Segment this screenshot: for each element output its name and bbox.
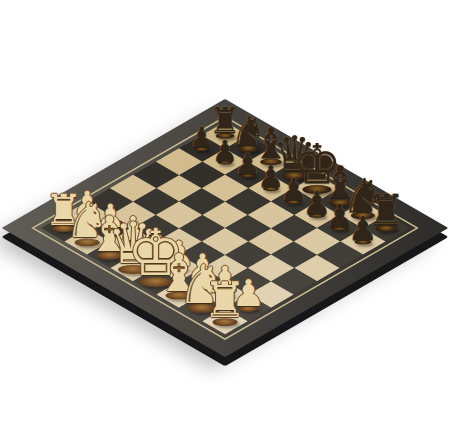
board-tilt: ♜♞♝♛♚♝♞♜♟♟♟♟♟♟♟♟♟♟♟♟♟♟♟♟♜♞♝♛♚♝♞♜ — [2, 99, 449, 357]
pawn-icon: ♟ — [348, 212, 378, 245]
rook-icon: ♜ — [203, 276, 247, 325]
chess-board: ♜♞♝♛♚♝♞♜♟♟♟♟♟♟♟♟♟♟♟♟♟♟♟♟♜♞♝♛♚♝♞♜ — [41, 122, 409, 335]
pawn-icon: ♟ — [189, 124, 214, 152]
product-photo: ♜♞♝♛♚♝♞♜♟♟♟♟♟♟♟♟♟♟♟♟♟♟♟♟♜♞♝♛♚♝♞♜ — [0, 0, 450, 441]
